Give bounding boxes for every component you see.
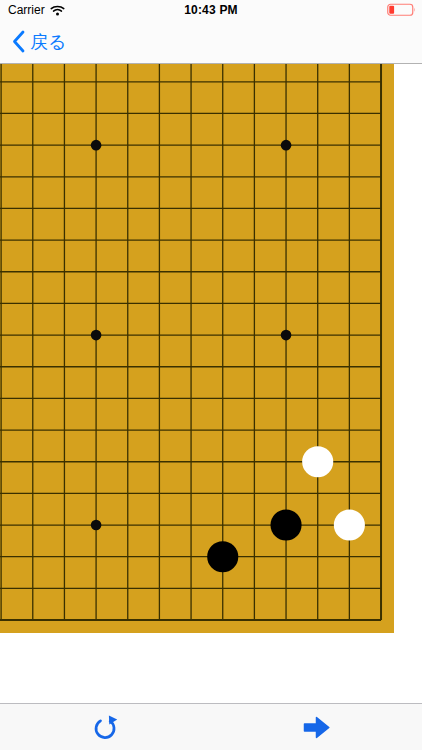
chevron-left-icon	[12, 30, 25, 53]
board-wood	[0, 64, 394, 633]
black-stone-Q4	[271, 510, 302, 541]
go-board[interactable]	[0, 64, 394, 633]
status-bar: Carrier 10:43 PM	[0, 0, 422, 20]
black-stone-O3	[207, 541, 238, 572]
back-label: 戻る	[30, 30, 66, 54]
refresh-icon	[92, 714, 119, 741]
hoshi-point	[91, 330, 102, 341]
hoshi-point	[91, 140, 102, 151]
nav-bar: 戻る	[0, 20, 422, 64]
next-button[interactable]	[289, 714, 344, 741]
bottom-toolbar	[0, 703, 422, 750]
status-time: 10:43 PM	[0, 0, 422, 20]
refresh-button[interactable]	[78, 712, 133, 743]
board-viewport	[0, 64, 422, 633]
hoshi-point	[91, 520, 102, 531]
white-stone-R6	[302, 446, 333, 477]
hoshi-point	[281, 140, 292, 151]
back-button[interactable]: 戻る	[8, 20, 70, 63]
battery-icon	[387, 3, 417, 17]
white-stone-S4	[334, 510, 365, 541]
forward-arrow-icon	[303, 716, 330, 739]
app-screen: Carrier 10:43 PM 戻る	[0, 0, 422, 750]
hoshi-point	[281, 330, 292, 341]
